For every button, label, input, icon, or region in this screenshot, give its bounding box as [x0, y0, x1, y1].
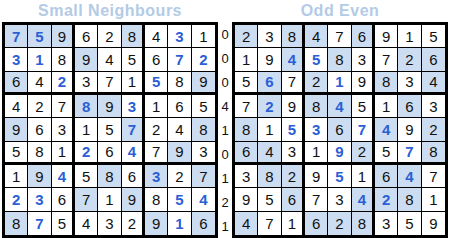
small-neighbours-cell-r1c3[interactable]: 9 [52, 25, 75, 48]
odd-even-cell-r9c2[interactable]: 7 [258, 212, 281, 235]
odd-even-cell-r8c6[interactable]: 4 [352, 188, 375, 211]
row-clue-2: 0 [218, 46, 232, 70]
small-neighbours-cell-r4c9[interactable]: 5 [192, 95, 215, 118]
odd-even-cell-r2c8[interactable]: 2 [398, 48, 421, 71]
odd-even-cell-r8c7[interactable]: 2 [375, 188, 398, 211]
small-neighbours-cell-r8c8[interactable]: 5 [168, 188, 191, 211]
odd-even-cell-r3c4[interactable]: 2 [305, 72, 328, 95]
small-neighbours-cell-r6c7[interactable]: 7 [145, 142, 168, 165]
odd-even-cell-r1c6[interactable]: 6 [352, 25, 375, 48]
small-neighbours-cell-r7c5[interactable]: 8 [98, 165, 121, 188]
small-neighbours-cell-r4c8[interactable]: 6 [168, 95, 191, 118]
puzzle-page: Small Neighbours Odd Even 75962843131894… [0, 0, 450, 238]
small-neighbours-cell-r7c4[interactable]: 5 [75, 165, 98, 188]
odd-even-cell-r7c7[interactable]: 6 [375, 165, 398, 188]
odd-even-cell-r2c4[interactable]: 5 [305, 48, 328, 71]
row-clue-3: 0 [218, 70, 232, 94]
odd-even-cell-r2c9[interactable]: 6 [422, 48, 445, 71]
small-neighbours-cell-r3c6[interactable]: 1 [122, 72, 145, 95]
odd-even-cell-r8c5[interactable]: 3 [328, 188, 351, 211]
odd-even-cell-r2c7[interactable]: 7 [375, 48, 398, 71]
odd-even-cell-r1c9[interactable]: 5 [422, 25, 445, 48]
small-neighbours-cell-r2c5[interactable]: 4 [98, 48, 121, 71]
odd-even-cell-r9c5[interactable]: 2 [328, 212, 351, 235]
small-neighbours-cell-r2c4[interactable]: 9 [75, 48, 98, 71]
small-neighbours-cell-r8c9[interactable]: 4 [192, 188, 215, 211]
right-grid-title: Odd Even [232, 2, 448, 20]
odd-even-cell-r6c2[interactable]: 4 [258, 142, 281, 165]
small-neighbours-cell-r9c2[interactable]: 7 [28, 212, 51, 235]
odd-even-cell-r6c5[interactable]: 9 [328, 142, 351, 165]
small-neighbours-cell-r3c5[interactable]: 7 [98, 72, 121, 95]
odd-even-grid: 2384769151945837265672198347298451638153… [232, 22, 448, 238]
odd-even-cell-r4c9[interactable]: 3 [422, 95, 445, 118]
small-neighbours-cell-r4c1[interactable]: 4 [5, 95, 28, 118]
odd-even-cell-r5c7[interactable]: 4 [375, 118, 398, 141]
small-neighbours-cell-r3c2[interactable]: 4 [28, 72, 51, 95]
small-neighbours-cell-r5c7[interactable]: 2 [145, 118, 168, 141]
odd-even-cell-r6c9[interactable]: 8 [422, 142, 445, 165]
odd-even-cell-r6c7[interactable]: 5 [375, 142, 398, 165]
odd-even-cell-r1c1[interactable]: 2 [235, 25, 258, 48]
small-neighbours-cell-r8c7[interactable]: 8 [145, 188, 168, 211]
small-neighbours-cell-r2c7[interactable]: 6 [145, 48, 168, 71]
small-neighbours-cell-r8c4[interactable]: 7 [75, 188, 98, 211]
row-clue-8: 2 [218, 190, 232, 214]
small-neighbours-cell-r2c6[interactable]: 5 [122, 48, 145, 71]
left-grid-title: Small Neighbours [2, 2, 218, 20]
small-neighbours-cell-r4c5[interactable]: 9 [98, 95, 121, 118]
small-neighbours-cell-r4c3[interactable]: 7 [52, 95, 75, 118]
odd-even-cell-r2c3[interactable]: 4 [282, 48, 305, 71]
odd-even-cell-r1c2[interactable]: 3 [258, 25, 281, 48]
small-neighbours-cell-r8c5[interactable]: 1 [98, 188, 121, 211]
small-neighbours-cell-r3c8[interactable]: 8 [168, 72, 191, 95]
odd-even-cell-r6c1[interactable]: 6 [235, 142, 258, 165]
odd-even-cell-r5c5[interactable]: 6 [328, 118, 351, 141]
odd-even-cell-r4c8[interactable]: 6 [398, 95, 421, 118]
row-clue-4: 4 [218, 94, 232, 118]
odd-even-cell-r3c3[interactable]: 7 [282, 72, 305, 95]
odd-even-cell-r4c2[interactable]: 2 [258, 95, 281, 118]
small-neighbours-cell-r4c7[interactable]: 1 [145, 95, 168, 118]
odd-even-cell-r7c5[interactable]: 5 [328, 165, 351, 188]
odd-even-cell-r7c2[interactable]: 8 [258, 165, 281, 188]
odd-even-cell-r4c1[interactable]: 7 [235, 95, 258, 118]
small-neighbours-cell-r8c2[interactable]: 3 [28, 188, 51, 211]
odd-even-cell-r8c9[interactable]: 1 [422, 188, 445, 211]
odd-even-cell-r9c8[interactable]: 5 [398, 212, 421, 235]
small-neighbours-cell-r2c8[interactable]: 7 [168, 48, 191, 71]
small-neighbours-cell-r7c2[interactable]: 9 [28, 165, 51, 188]
small-neighbours-cell-r5c3[interactable]: 3 [52, 118, 75, 141]
odd-even-cell-r2c2[interactable]: 9 [258, 48, 281, 71]
odd-even-cell-r1c3[interactable]: 8 [282, 25, 305, 48]
small-neighbours-cell-r6c1[interactable]: 5 [5, 142, 28, 165]
small-neighbours-cell-r6c4[interactable]: 2 [75, 142, 98, 165]
odd-even-cell-r5c4[interactable]: 3 [305, 118, 328, 141]
odd-even-cell-r1c5[interactable]: 7 [328, 25, 351, 48]
odd-even-cell-r7c1[interactable]: 3 [235, 165, 258, 188]
small-neighbours-cell-r5c6[interactable]: 7 [122, 118, 145, 141]
odd-even-cell-r1c7[interactable]: 9 [375, 25, 398, 48]
odd-even-cell-r9c3[interactable]: 1 [282, 212, 305, 235]
small-neighbours-cell-r4c2[interactable]: 2 [28, 95, 51, 118]
odd-even-cell-r6c3[interactable]: 3 [282, 142, 305, 165]
odd-even-cell-r4c4[interactable]: 8 [305, 95, 328, 118]
odd-even-cell-r7c9[interactable]: 7 [422, 165, 445, 188]
small-neighbours-cell-r3c9[interactable]: 9 [192, 72, 215, 95]
odd-even-cell-r2c5[interactable]: 8 [328, 48, 351, 71]
odd-even-cell-r4c3[interactable]: 9 [282, 95, 305, 118]
small-neighbours-cell-r4c6[interactable]: 3 [122, 95, 145, 118]
odd-even-cell-r4c7[interactable]: 1 [375, 95, 398, 118]
small-neighbours-cell-r8c6[interactable]: 9 [122, 188, 145, 211]
small-neighbours-cell-r2c1[interactable]: 3 [5, 48, 28, 71]
odd-even-cell-r4c5[interactable]: 4 [328, 95, 351, 118]
small-neighbours-cell-r1c4[interactable]: 6 [75, 25, 98, 48]
odd-even-cell-r3c9[interactable]: 4 [422, 72, 445, 95]
small-neighbours-cell-r9c7[interactable]: 9 [145, 212, 168, 235]
odd-even-cell-r9c9[interactable]: 9 [422, 212, 445, 235]
small-neighbours-cell-r7c8[interactable]: 2 [168, 165, 191, 188]
odd-even-cell-r3c2[interactable]: 6 [258, 72, 281, 95]
odd-even-cell-r7c6[interactable]: 1 [352, 165, 375, 188]
odd-even-cell-r5c3[interactable]: 5 [282, 118, 305, 141]
odd-even-cell-r3c6[interactable]: 9 [352, 72, 375, 95]
small-neighbours-cell-r6c3[interactable]: 1 [52, 142, 75, 165]
small-neighbours-cell-r7c1[interactable]: 1 [5, 165, 28, 188]
small-neighbours-cell-r4c4[interactable]: 8 [75, 95, 98, 118]
odd-even-cell-r3c8[interactable]: 3 [398, 72, 421, 95]
small-neighbours-cell-r5c1[interactable]: 9 [5, 118, 28, 141]
row-clue-5: 1 [218, 118, 232, 142]
small-neighbours-cell-r9c1[interactable]: 8 [5, 212, 28, 235]
small-neighbours-cell-r5c2[interactable]: 6 [28, 118, 51, 141]
small-neighbours-cell-r6c6[interactable]: 4 [122, 142, 145, 165]
odd-even-cell-r8c3[interactable]: 6 [282, 188, 305, 211]
small-neighbours-cell-r1c8[interactable]: 3 [168, 25, 191, 48]
odd-even-cell-r1c8[interactable]: 1 [398, 25, 421, 48]
odd-even-cell-r2c1[interactable]: 1 [235, 48, 258, 71]
small-neighbours-cell-r3c7[interactable]: 5 [145, 72, 168, 95]
odd-even-cell-r6c4[interactable]: 1 [305, 142, 328, 165]
odd-even-cell-r4c6[interactable]: 5 [352, 95, 375, 118]
small-neighbours-cell-r7c6[interactable]: 6 [122, 165, 145, 188]
small-neighbours-cell-r7c9[interactable]: 7 [192, 165, 215, 188]
small-neighbours-cell-r5c5[interactable]: 5 [98, 118, 121, 141]
odd-even-cell-r2c6[interactable]: 3 [352, 48, 375, 71]
odd-even-cell-r5c6[interactable]: 7 [352, 118, 375, 141]
odd-even-cell-r8c8[interactable]: 8 [398, 188, 421, 211]
odd-even-cell-r8c1[interactable]: 9 [235, 188, 258, 211]
small-neighbours-cell-r3c3[interactable]: 2 [52, 72, 75, 95]
small-neighbours-cell-r1c9[interactable]: 1 [192, 25, 215, 48]
odd-even-cell-r7c4[interactable]: 9 [305, 165, 328, 188]
odd-even-cell-r5c2[interactable]: 1 [258, 118, 281, 141]
small-neighbours-cell-r1c7[interactable]: 4 [145, 25, 168, 48]
small-neighbours-cell-r3c1[interactable]: 6 [5, 72, 28, 95]
small-neighbours-cell-r9c6[interactable]: 2 [122, 212, 145, 235]
odd-even-cell-r3c7[interactable]: 8 [375, 72, 398, 95]
odd-even-cell-r7c3[interactable]: 2 [282, 165, 305, 188]
small-neighbours-cell-r2c2[interactable]: 1 [28, 48, 51, 71]
small-neighbours-cell-r6c2[interactable]: 8 [28, 142, 51, 165]
odd-even-cell-r3c1[interactable]: 5 [235, 72, 258, 95]
odd-even-cell-r5c8[interactable]: 9 [398, 118, 421, 141]
odd-even-cell-r9c7[interactable]: 3 [375, 212, 398, 235]
small-neighbours-cell-r6c8[interactable]: 9 [168, 142, 191, 165]
small-neighbours-cell-r5c9[interactable]: 8 [192, 118, 215, 141]
row-clue-9: 1 [218, 214, 232, 238]
small-neighbours-cell-r7c7[interactable]: 3 [145, 165, 168, 188]
small-neighbours-cell-r1c5[interactable]: 2 [98, 25, 121, 48]
small-neighbours-cell-r8c3[interactable]: 6 [52, 188, 75, 211]
small-neighbours-cell-r3c4[interactable]: 3 [75, 72, 98, 95]
odd-even-cell-r3c5[interactable]: 1 [328, 72, 351, 95]
odd-even-cell-r1c4[interactable]: 4 [305, 25, 328, 48]
odd-even-cell-r8c4[interactable]: 7 [305, 188, 328, 211]
odd-even-cell-r6c6[interactable]: 2 [352, 142, 375, 165]
small-neighbours-cell-r9c5[interactable]: 3 [98, 212, 121, 235]
small-neighbours-cell-r7c3[interactable]: 4 [52, 165, 75, 188]
small-neighbours-cell-r1c1[interactable]: 7 [5, 25, 28, 48]
small-neighbours-cell-r2c3[interactable]: 8 [52, 48, 75, 71]
small-neighbours-cell-r9c9[interactable]: 6 [192, 212, 215, 235]
small-neighbours-cell-r2c9[interactable]: 2 [192, 48, 215, 71]
odd-even-cell-r9c6[interactable]: 8 [352, 212, 375, 235]
odd-even-cell-r9c4[interactable]: 6 [305, 212, 328, 235]
small-neighbours-cell-r9c4[interactable]: 4 [75, 212, 98, 235]
between-grids-clue-column: 000410121 [218, 22, 232, 238]
small-neighbours-grid: 7596284313189456726423715894278931659631… [2, 22, 218, 238]
small-neighbours-cell-r8c1[interactable]: 2 [5, 188, 28, 211]
small-neighbours-cell-r5c8[interactable]: 4 [168, 118, 191, 141]
row-clue-1: 0 [218, 22, 232, 46]
odd-even-cell-r5c1[interactable]: 8 [235, 118, 258, 141]
odd-even-cell-r7c8[interactable]: 4 [398, 165, 421, 188]
small-neighbours-cell-r9c3[interactable]: 5 [52, 212, 75, 235]
small-neighbours-cell-r6c9[interactable]: 3 [192, 142, 215, 165]
odd-even-cell-r9c1[interactable]: 4 [235, 212, 258, 235]
small-neighbours-cell-r1c6[interactable]: 8 [122, 25, 145, 48]
row-clue-6: 0 [218, 142, 232, 166]
small-neighbours-cell-r1c2[interactable]: 5 [28, 25, 51, 48]
odd-even-cell-r6c8[interactable]: 7 [398, 142, 421, 165]
small-neighbours-cell-r6c5[interactable]: 6 [98, 142, 121, 165]
odd-even-cell-r8c2[interactable]: 5 [258, 188, 281, 211]
small-neighbours-cell-r9c8[interactable]: 1 [168, 212, 191, 235]
odd-even-cell-r5c9[interactable]: 2 [422, 118, 445, 141]
small-neighbours-cell-r5c4[interactable]: 1 [75, 118, 98, 141]
row-clue-7: 1 [218, 166, 232, 190]
